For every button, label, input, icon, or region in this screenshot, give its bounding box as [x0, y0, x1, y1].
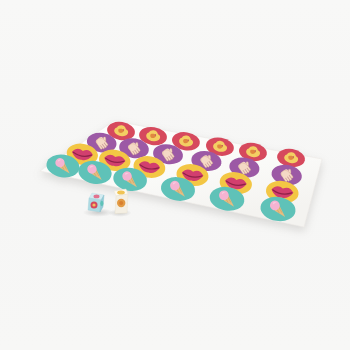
- mat-wrapper: [38, 121, 322, 233]
- die-blue-front-sticker-icon: [92, 203, 95, 206]
- product-photo: [0, 0, 350, 350]
- die-blue-side-sticker: [100, 201, 103, 206]
- die-white-front-sticker-icon: [119, 201, 123, 205]
- game-mat: [38, 121, 322, 233]
- die-white: [112, 187, 130, 215]
- die-white-top-sticker: [117, 190, 125, 194]
- die-blue-top-sticker: [94, 195, 100, 199]
- die-blue: [86, 191, 110, 215]
